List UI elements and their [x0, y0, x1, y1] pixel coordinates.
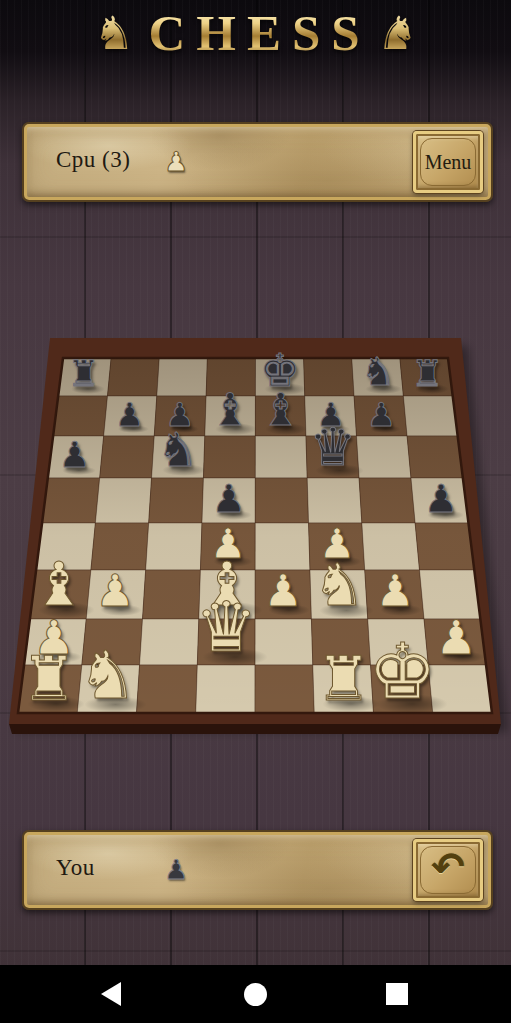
square-g4[interactable]: [362, 523, 420, 570]
square-d6[interactable]: [203, 436, 255, 478]
piece-black-pawn-a6[interactable]: ♟: [59, 438, 91, 473]
square-c4[interactable]: [146, 523, 202, 570]
undo-button[interactable]: ↶: [413, 839, 483, 901]
piece-black-rook-a8[interactable]: ♜: [67, 356, 99, 392]
square-d1[interactable]: [196, 665, 255, 713]
square-b4[interactable]: [91, 523, 149, 570]
player-label: You: [56, 855, 95, 881]
square-h4[interactable]: [415, 523, 474, 570]
undo-arrow-icon: ↶: [431, 847, 465, 887]
square-b5[interactable]: [95, 478, 151, 523]
square-e1[interactable]: [255, 665, 314, 713]
nav-home-button[interactable]: [244, 983, 267, 1006]
square-h1[interactable]: [428, 665, 492, 713]
square-f8[interactable]: [304, 358, 354, 396]
piece-white-pawn-e3[interactable]: ♟: [263, 569, 303, 613]
square-f5[interactable]: [307, 478, 362, 523]
piece-black-rook-h8[interactable]: ♜: [411, 356, 443, 392]
player-captured-pieces: ♟: [164, 856, 188, 883]
piece-black-queen-f6[interactable]: ♛: [310, 423, 356, 475]
square-h6[interactable]: [407, 436, 463, 478]
square-b8[interactable]: [107, 358, 159, 396]
square-e4[interactable]: [255, 523, 310, 570]
piece-black-bishop-d7[interactable]: ♝: [210, 388, 250, 432]
piece-white-rook-f1[interactable]: ♜: [316, 648, 371, 709]
piece-black-knight-c6[interactable]: ♞: [157, 428, 199, 475]
piece-white-knight-b1[interactable]: ♞: [78, 644, 137, 710]
square-e2[interactable]: [255, 619, 313, 665]
player-banner: You ♟ ↶: [22, 830, 493, 910]
piece-black-bishop-e7[interactable]: ♝: [261, 388, 301, 432]
piece-white-pawn-b3[interactable]: ♟: [95, 569, 135, 613]
app-screen: ♞ CHESS ♞ Cpu (3) ♟ Menu ♜♚♞♜♟♟♝♝♟♟♟♞♛♟♟…: [0, 0, 511, 1023]
piece-black-pawn-h5[interactable]: ♟: [424, 480, 458, 518]
square-c3[interactable]: [143, 570, 201, 619]
nav-recents-button[interactable]: [386, 983, 408, 1005]
square-c8[interactable]: [157, 358, 208, 396]
square-h7[interactable]: [403, 396, 457, 436]
square-c5[interactable]: [149, 478, 204, 523]
piece-white-rook-a1[interactable]: ♜: [21, 648, 76, 709]
piece-white-bishop-a3[interactable]: ♝: [32, 555, 86, 615]
square-b6[interactable]: [100, 436, 155, 478]
square-g5[interactable]: [359, 478, 415, 523]
piece-white-king-g1[interactable]: ♚: [368, 634, 437, 711]
square-a7[interactable]: [53, 396, 107, 436]
android-nav-bar: [0, 965, 511, 1023]
square-g6[interactable]: [357, 436, 411, 478]
piece-black-pawn-g7[interactable]: ♟: [367, 399, 396, 431]
square-a5[interactable]: [42, 478, 100, 523]
piece-black-pawn-b7[interactable]: ♟: [115, 399, 144, 431]
piece-black-pawn-d5[interactable]: ♟: [212, 480, 246, 518]
piece-white-knight-f3[interactable]: ♞: [313, 557, 365, 615]
nav-back-button[interactable]: [101, 982, 121, 1006]
piece-white-pawn-g3[interactable]: ♟: [375, 569, 415, 613]
piece-white-queen-d2[interactable]: ♛: [195, 593, 257, 662]
captured-black-pawn-icon: ♟: [164, 854, 188, 885]
square-e5[interactable]: [255, 478, 308, 523]
square-e6[interactable]: [255, 436, 307, 478]
square-c2[interactable]: [140, 619, 199, 665]
piece-white-pawn-h2[interactable]: ♟: [435, 613, 477, 660]
piece-black-knight-g8[interactable]: ♞: [361, 353, 396, 392]
square-c1[interactable]: [137, 665, 198, 713]
